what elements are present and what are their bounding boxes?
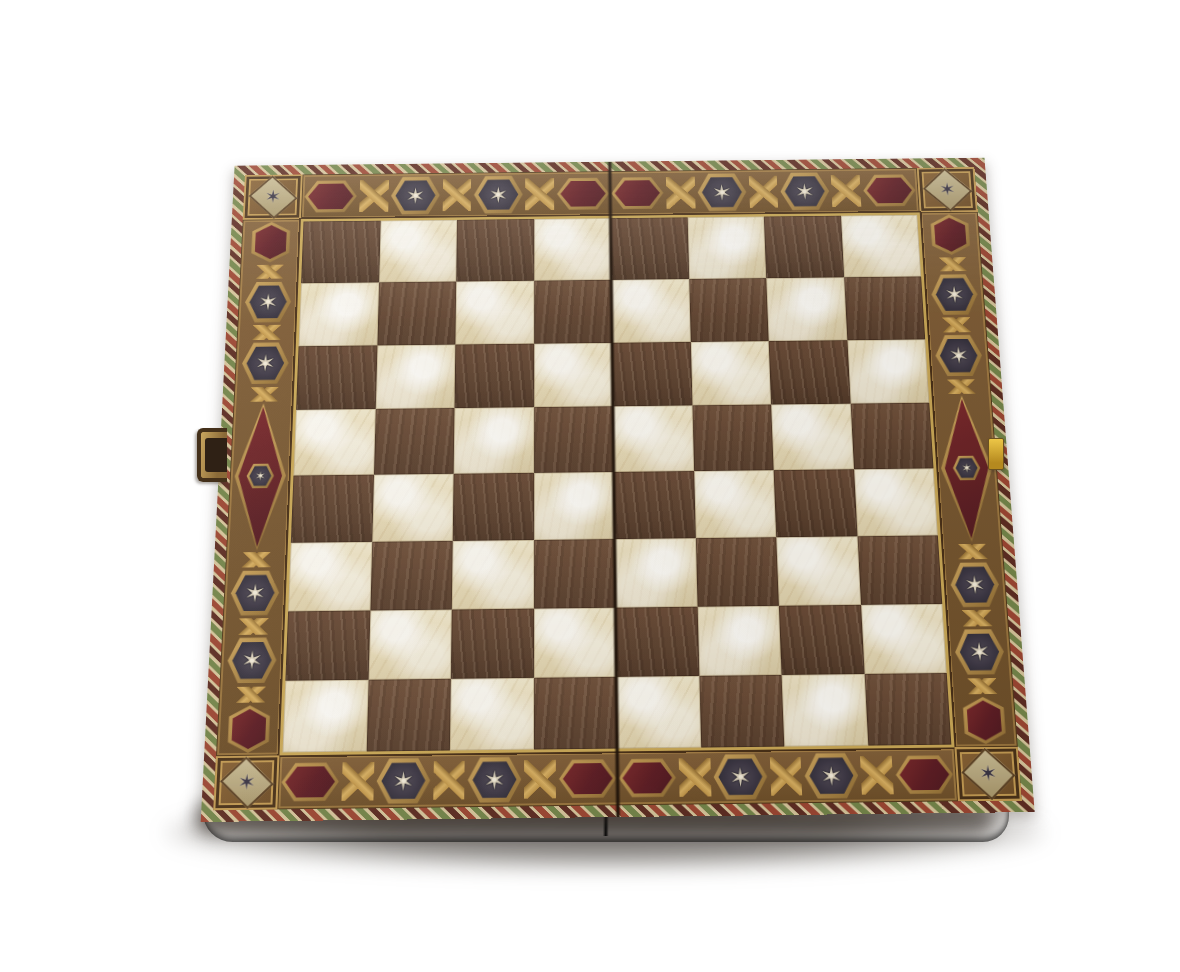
square-b3: [370, 541, 453, 610]
rosette-star-icon: ✶: [943, 283, 965, 305]
square-c4: [453, 473, 534, 541]
corner-inlay-diamond: ✶: [961, 748, 1015, 800]
square-a4: [291, 475, 374, 543]
x-inlay-connector: [341, 762, 374, 801]
square-b5: [374, 408, 455, 474]
red-inlay-hexagon: [303, 179, 358, 213]
square-e7: [611, 279, 690, 343]
hex-star-medallion: ✶: [375, 756, 432, 805]
square-d8: [534, 218, 612, 280]
mosaic-band-half: ✶✶: [303, 174, 611, 217]
square-g4: [774, 469, 857, 537]
square-b2: [368, 609, 452, 680]
x-inlay-connector: [860, 756, 893, 795]
corner-star-square: ✶: [955, 747, 1022, 802]
square-b1: [366, 679, 451, 751]
rosette-star-icon: ✶: [254, 352, 276, 375]
square-e4: [614, 471, 696, 539]
x-inlay-connector: [831, 175, 861, 207]
square-f2: [697, 605, 781, 676]
square-b6: [375, 344, 455, 409]
hex-star-medallion: ✶: [779, 171, 831, 211]
square-h8: [841, 215, 922, 277]
rosette-star-icon: ✶: [240, 648, 263, 673]
corner-inlay-diamond: ✶: [248, 175, 297, 218]
red-inlay-hexagon: [610, 176, 665, 210]
rosette-star-icon: ✶: [257, 291, 279, 314]
square-a8: [301, 221, 380, 283]
square-e2: [615, 606, 699, 677]
rosette-star-icon: ✶: [711, 181, 732, 203]
square-b8: [379, 220, 457, 282]
x-inlay-connector: [442, 179, 471, 211]
square-e8: [610, 217, 688, 279]
x-inlay-connector: [748, 176, 778, 208]
red-inlay-hexagon: [250, 221, 292, 264]
square-c2: [451, 608, 534, 679]
brass-clasp-right-icon: [988, 438, 1004, 470]
square-h5: [850, 403, 933, 469]
square-c6: [454, 343, 533, 408]
red-inlay-hexagon: [558, 758, 618, 799]
square-c5: [454, 407, 534, 473]
square-d7: [534, 280, 612, 344]
square-a3: [288, 542, 372, 611]
square-g7: [766, 277, 847, 341]
square-d6: [534, 342, 613, 407]
square-h7: [844, 276, 925, 340]
red-inlay-hexagon: [861, 173, 917, 207]
red-inlay-hexagon: [929, 214, 972, 256]
square-d4: [534, 472, 615, 540]
diamond-center-star: ✶: [245, 463, 275, 490]
rosette-star-icon: ✶: [488, 184, 509, 206]
hex-star-medallion: ✶: [240, 341, 290, 385]
square-c7: [455, 280, 533, 344]
rosette-star-icon: ✶: [820, 763, 844, 789]
square-a2: [285, 610, 370, 681]
x-inlay-connector: [525, 178, 554, 210]
mosaic-band-half: ✶✶: [610, 170, 918, 213]
red-inlay-hexagon: [894, 754, 956, 795]
square-b4: [372, 474, 454, 542]
x-inlay-connector: [949, 544, 996, 560]
square-h2: [861, 603, 947, 674]
square-g5: [771, 404, 853, 470]
square-f1: [699, 675, 784, 747]
diamond-center-star: ✶: [952, 455, 982, 481]
x-inlay-connector: [244, 325, 289, 340]
game-board: ✶ ✶✶✶✶ ✶ ✶✶✶✶✶ ✶✶✶✶✶ ✶ ✶✶✶✶ ✶: [201, 158, 1035, 822]
corner-star-square: ✶: [243, 174, 303, 219]
hex-star-medallion: ✶: [473, 174, 524, 214]
red-inlay-hexagon: [556, 177, 611, 211]
square-h3: [857, 535, 942, 604]
x-inlay-connector: [770, 757, 803, 796]
x-inlay-connector: [233, 552, 280, 568]
square-d2: [534, 607, 617, 678]
square-e1: [616, 676, 700, 748]
square-e6: [612, 342, 692, 407]
red-inlay-hexagon: [226, 704, 272, 754]
corner-inlay-diamond: ✶: [220, 757, 274, 809]
red-inlay-hexagon: [961, 696, 1008, 746]
x-inlay-connector: [953, 610, 1001, 626]
x-inlay-connector: [230, 618, 277, 634]
diamond-medallion: ✶: [231, 403, 289, 551]
rosette-star-icon: ✶: [254, 470, 266, 482]
red-inlay-hexagon: [280, 761, 341, 802]
rosette-star-icon: ✶: [244, 581, 267, 606]
x-inlay-connector: [934, 317, 979, 332]
square-h1: [864, 673, 951, 745]
hex-star-medallion: ✶: [803, 751, 861, 800]
hex-star-medallion: ✶: [466, 755, 522, 804]
square-f6: [690, 341, 771, 406]
square-g6: [769, 340, 851, 405]
rosette-star-icon: ✶: [794, 180, 815, 202]
rosette-star-icon: ✶: [483, 767, 506, 793]
red-inlay-hexagon: [617, 757, 677, 798]
square-e5: [613, 406, 694, 472]
square-f3: [695, 537, 778, 606]
rosette-star-icon: ✶: [392, 768, 415, 794]
hex-star-medallion: ✶: [953, 628, 1007, 677]
square-h4: [854, 468, 938, 536]
square-g2: [779, 604, 864, 675]
photo-canvas: ✻✻✻✻✻ ✶ ✶✶✶✶ ✶ ✶✶✶✶✶ ✶✶✶✶✶ ✶ ✶✶✶✶ ✶: [0, 0, 1180, 972]
x-inlay-connector: [433, 761, 465, 800]
corner-star-square: ✶: [917, 167, 978, 212]
corner-star-icon: ✶: [938, 181, 956, 199]
corner-star-icon: ✶: [978, 763, 998, 784]
square-a1: [283, 680, 369, 753]
hex-star-medallion: ✶: [929, 273, 980, 316]
square-c1: [450, 678, 534, 750]
square-f4: [694, 470, 777, 538]
square-d1: [534, 677, 618, 749]
rosette-star-icon: ✶: [947, 344, 970, 367]
rosette-star-icon: ✶: [729, 764, 752, 790]
hex-star-medallion: ✶: [933, 333, 984, 377]
x-inlay-connector: [666, 177, 695, 209]
square-g3: [776, 536, 860, 605]
square-g8: [764, 216, 844, 278]
rosette-star-icon: ✶: [961, 462, 973, 474]
square-d5: [534, 406, 614, 472]
hex-star-medallion: ✶: [712, 753, 769, 802]
hex-star-medallion: ✶: [243, 280, 293, 323]
hex-star-medallion: ✶: [229, 569, 281, 617]
x-inlay-connector: [241, 387, 287, 402]
hex-star-medallion: ✶: [390, 175, 441, 215]
square-a7: [299, 282, 379, 346]
square-b7: [377, 281, 456, 345]
x-inlay-connector: [938, 379, 984, 394]
square-d3: [534, 539, 616, 608]
x-inlay-connector: [247, 265, 292, 280]
x-inlay-connector: [359, 180, 389, 212]
rosette-star-icon: ✶: [963, 572, 987, 597]
square-a5: [293, 409, 375, 475]
square-c3: [452, 540, 534, 609]
x-inlay-connector: [958, 678, 1006, 695]
x-inlay-connector: [679, 758, 711, 797]
hex-star-medallion: ✶: [225, 636, 278, 685]
hex-star-medallion: ✶: [696, 172, 748, 212]
x-inlay-connector: [930, 257, 975, 272]
rosette-star-icon: ✶: [405, 185, 426, 207]
square-g1: [782, 674, 868, 746]
square-a6: [296, 345, 377, 410]
x-inlay-connector: [227, 686, 275, 703]
square-f7: [689, 278, 769, 342]
rosette-star-icon: ✶: [968, 639, 992, 664]
square-h6: [847, 339, 929, 404]
square-c8: [456, 219, 534, 281]
square-f5: [692, 405, 774, 471]
corner-inlay-diamond: ✶: [923, 168, 972, 211]
corner-star-icon: ✶: [264, 188, 281, 206]
mosaic-band-half: ✶✶: [617, 750, 956, 802]
square-f8: [687, 217, 766, 279]
hex-star-medallion: ✶: [948, 561, 1001, 609]
corner-star-icon: ✶: [237, 772, 256, 793]
x-inlay-connector: [524, 760, 556, 799]
mosaic-band-half: ✶✶: [279, 754, 617, 806]
square-e3: [615, 538, 698, 607]
brass-clasp-left-icon: [197, 428, 227, 482]
corner-star-square: ✶: [213, 755, 279, 810]
